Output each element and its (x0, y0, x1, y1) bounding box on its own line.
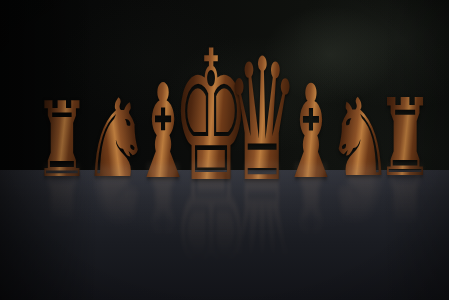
piece-row: ♜♜♞♞♝♝♚♚♛♛♝♝♞♞♜♜ (0, 0, 449, 300)
chess-photo-scene: ♜♜♞♞♝♝♚♚♛♛♝♝♞♞♜♜ (0, 0, 449, 300)
rook-reflection: ♜ (376, 150, 434, 257)
